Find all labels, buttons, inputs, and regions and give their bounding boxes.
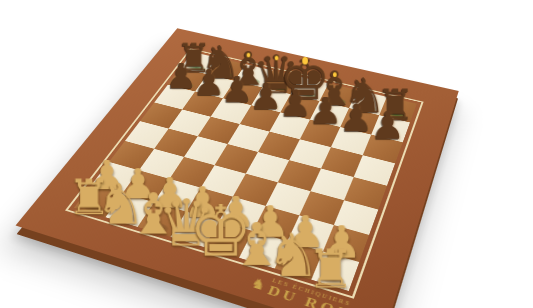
board-frame: ♜♞♝♛♚♝♞♜♟♟♟♟♟♟♟♟♟♟♟♟♟♟♟♟♜♞♝♛♚♝♞♜ ♞ LES É…	[16, 28, 459, 308]
black-pawn-glyph: ♟	[221, 75, 254, 103]
pieces-layer: ♜♞♝♛♚♝♞♜♟♟♟♟♟♟♟♟♟♟♟♟♟♟♟♟♜♞♝♛♚♝♞♜	[74, 52, 417, 291]
gold-finial	[302, 57, 308, 64]
white-rook-glyph: ♜	[306, 248, 354, 290]
gold-finial	[332, 72, 336, 77]
gold-finial	[274, 55, 278, 60]
black-pawn-glyph: ♟	[308, 96, 342, 125]
chess-board: ♜♞♝♛♚♝♞♜♟♟♟♟♟♟♟♟♟♟♟♟♟♟♟♟♜♞♝♛♚♝♞♜ ♞ LES É…	[16, 28, 459, 308]
black-pawn-glyph: ♟	[278, 89, 311, 118]
black-pawn-glyph: ♟	[249, 82, 282, 111]
product-photo: ♜♞♝♛♚♝♞♜♟♟♟♟♟♟♟♟♟♟♟♟♟♟♟♟♜♞♝♛♚♝♞♜ ♞ LES É…	[0, 0, 533, 308]
gold-finial	[246, 53, 250, 58]
black-pawn-glyph: ♟	[339, 103, 373, 133]
black-pawn-glyph: ♟	[370, 111, 404, 141]
